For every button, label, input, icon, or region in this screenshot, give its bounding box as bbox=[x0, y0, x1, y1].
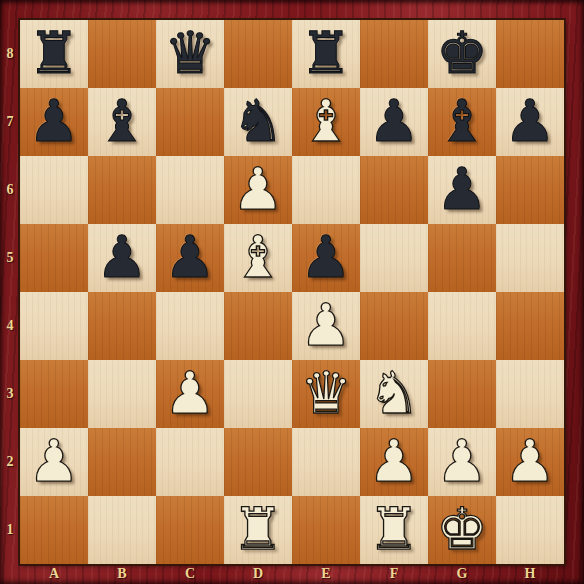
piece-black-pawn-h7[interactable]: ♟ bbox=[496, 88, 564, 156]
square-h8[interactable] bbox=[496, 20, 564, 88]
square-f6[interactable] bbox=[360, 156, 428, 224]
square-c8[interactable]: ♛ bbox=[156, 20, 224, 88]
square-d1[interactable]: ♜ bbox=[224, 496, 292, 564]
file-label-h: H bbox=[496, 564, 564, 584]
piece-white-pawn-d6[interactable]: ♟ bbox=[224, 156, 292, 224]
square-g2[interactable]: ♟ bbox=[428, 428, 496, 496]
rank-label-5: 5 bbox=[0, 224, 20, 292]
piece-white-bishop-e7[interactable]: ♝ bbox=[292, 88, 360, 156]
piece-black-pawn-a7[interactable]: ♟ bbox=[20, 88, 88, 156]
square-a1[interactable] bbox=[20, 496, 88, 564]
square-f2[interactable]: ♟ bbox=[360, 428, 428, 496]
square-g6[interactable]: ♟ bbox=[428, 156, 496, 224]
square-h3[interactable] bbox=[496, 360, 564, 428]
piece-white-rook-f1[interactable]: ♜ bbox=[360, 496, 428, 564]
square-e5[interactable]: ♟ bbox=[292, 224, 360, 292]
square-b3[interactable] bbox=[88, 360, 156, 428]
square-g7[interactable]: ♝ bbox=[428, 88, 496, 156]
square-d2[interactable] bbox=[224, 428, 292, 496]
file-label-a: A bbox=[20, 564, 88, 584]
square-a2[interactable]: ♟ bbox=[20, 428, 88, 496]
piece-white-bishop-d5[interactable]: ♝ bbox=[224, 224, 292, 292]
square-h6[interactable] bbox=[496, 156, 564, 224]
square-g8[interactable]: ♚ bbox=[428, 20, 496, 88]
square-b5[interactable]: ♟ bbox=[88, 224, 156, 292]
square-f3[interactable]: ♞ bbox=[360, 360, 428, 428]
square-b7[interactable]: ♝ bbox=[88, 88, 156, 156]
square-b4[interactable] bbox=[88, 292, 156, 360]
square-c3[interactable]: ♟ bbox=[156, 360, 224, 428]
square-d4[interactable] bbox=[224, 292, 292, 360]
piece-white-pawn-a2[interactable]: ♟ bbox=[20, 428, 88, 496]
piece-black-rook-a8[interactable]: ♜ bbox=[20, 20, 88, 88]
square-c2[interactable] bbox=[156, 428, 224, 496]
square-a8[interactable]: ♜ bbox=[20, 20, 88, 88]
piece-black-bishop-b7[interactable]: ♝ bbox=[88, 88, 156, 156]
file-label-c: C bbox=[156, 564, 224, 584]
piece-black-king-g8[interactable]: ♚ bbox=[428, 20, 496, 88]
square-g1[interactable]: ♚ bbox=[428, 496, 496, 564]
square-a5[interactable] bbox=[20, 224, 88, 292]
piece-white-knight-f3[interactable]: ♞ bbox=[360, 360, 428, 428]
square-c6[interactable] bbox=[156, 156, 224, 224]
square-c7[interactable] bbox=[156, 88, 224, 156]
piece-black-knight-d7[interactable]: ♞ bbox=[224, 88, 292, 156]
square-d7[interactable]: ♞ bbox=[224, 88, 292, 156]
square-b1[interactable] bbox=[88, 496, 156, 564]
square-f7[interactable]: ♟ bbox=[360, 88, 428, 156]
piece-white-pawn-g2[interactable]: ♟ bbox=[428, 428, 496, 496]
square-h5[interactable] bbox=[496, 224, 564, 292]
piece-black-pawn-b5[interactable]: ♟ bbox=[88, 224, 156, 292]
square-g3[interactable] bbox=[428, 360, 496, 428]
square-e8[interactable]: ♜ bbox=[292, 20, 360, 88]
square-a7[interactable]: ♟ bbox=[20, 88, 88, 156]
rank-label-4: 4 bbox=[0, 292, 20, 360]
square-h7[interactable]: ♟ bbox=[496, 88, 564, 156]
square-b2[interactable] bbox=[88, 428, 156, 496]
piece-black-bishop-g7[interactable]: ♝ bbox=[428, 88, 496, 156]
square-b6[interactable] bbox=[88, 156, 156, 224]
square-e6[interactable] bbox=[292, 156, 360, 224]
square-d6[interactable]: ♟ bbox=[224, 156, 292, 224]
file-label-b: B bbox=[88, 564, 156, 584]
piece-white-pawn-e4[interactable]: ♟ bbox=[292, 292, 360, 360]
board-grid: ♜♛♜♚♟♝♞♝♟♝♟♟♟♟♟♝♟♟♟♛♞♟♟♟♟♜♜♚ bbox=[20, 20, 564, 564]
file-label-f: F bbox=[360, 564, 428, 584]
file-label-d: D bbox=[224, 564, 292, 584]
square-e1[interactable] bbox=[292, 496, 360, 564]
square-d5[interactable]: ♝ bbox=[224, 224, 292, 292]
piece-white-pawn-f2[interactable]: ♟ bbox=[360, 428, 428, 496]
square-f5[interactable] bbox=[360, 224, 428, 292]
piece-white-pawn-c3[interactable]: ♟ bbox=[156, 360, 224, 428]
piece-black-pawn-g6[interactable]: ♟ bbox=[428, 156, 496, 224]
rank-label-1: 1 bbox=[0, 496, 20, 564]
square-a6[interactable] bbox=[20, 156, 88, 224]
square-b8[interactable] bbox=[88, 20, 156, 88]
piece-black-pawn-f7[interactable]: ♟ bbox=[360, 88, 428, 156]
square-e7[interactable]: ♝ bbox=[292, 88, 360, 156]
square-g4[interactable] bbox=[428, 292, 496, 360]
piece-black-pawn-e5[interactable]: ♟ bbox=[292, 224, 360, 292]
piece-white-rook-d1[interactable]: ♜ bbox=[224, 496, 292, 564]
piece-white-queen-e3[interactable]: ♛ bbox=[292, 360, 360, 428]
chess-board-frame: ♜♛♜♚♟♝♞♝♟♝♟♟♟♟♟♝♟♟♟♛♞♟♟♟♟♜♜♚ 87654321ABC… bbox=[0, 0, 584, 584]
rank-label-3: 3 bbox=[0, 360, 20, 428]
rank-label-8: 8 bbox=[0, 20, 20, 88]
file-label-e: E bbox=[292, 564, 360, 584]
square-e2[interactable] bbox=[292, 428, 360, 496]
square-f4[interactable] bbox=[360, 292, 428, 360]
piece-black-pawn-c5[interactable]: ♟ bbox=[156, 224, 224, 292]
rank-label-2: 2 bbox=[0, 428, 20, 496]
square-d8[interactable] bbox=[224, 20, 292, 88]
square-c5[interactable]: ♟ bbox=[156, 224, 224, 292]
square-f8[interactable] bbox=[360, 20, 428, 88]
rank-label-7: 7 bbox=[0, 88, 20, 156]
square-e3[interactable]: ♛ bbox=[292, 360, 360, 428]
square-e4[interactable]: ♟ bbox=[292, 292, 360, 360]
square-a3[interactable] bbox=[20, 360, 88, 428]
file-label-g: G bbox=[428, 564, 496, 584]
square-a4[interactable] bbox=[20, 292, 88, 360]
piece-black-queen-c8[interactable]: ♛ bbox=[156, 20, 224, 88]
square-h2[interactable]: ♟ bbox=[496, 428, 564, 496]
piece-black-rook-e8[interactable]: ♜ bbox=[292, 20, 360, 88]
square-f1[interactable]: ♜ bbox=[360, 496, 428, 564]
square-d3[interactable] bbox=[224, 360, 292, 428]
square-h4[interactable] bbox=[496, 292, 564, 360]
square-h1[interactable] bbox=[496, 496, 564, 564]
piece-white-king-g1[interactable]: ♚ bbox=[428, 496, 496, 564]
rank-label-6: 6 bbox=[0, 156, 20, 224]
square-c1[interactable] bbox=[156, 496, 224, 564]
piece-white-pawn-h2[interactable]: ♟ bbox=[496, 428, 564, 496]
chess-board: ♜♛♜♚♟♝♞♝♟♝♟♟♟♟♟♝♟♟♟♛♞♟♟♟♟♜♜♚ bbox=[20, 20, 564, 564]
square-c4[interactable] bbox=[156, 292, 224, 360]
square-g5[interactable] bbox=[428, 224, 496, 292]
